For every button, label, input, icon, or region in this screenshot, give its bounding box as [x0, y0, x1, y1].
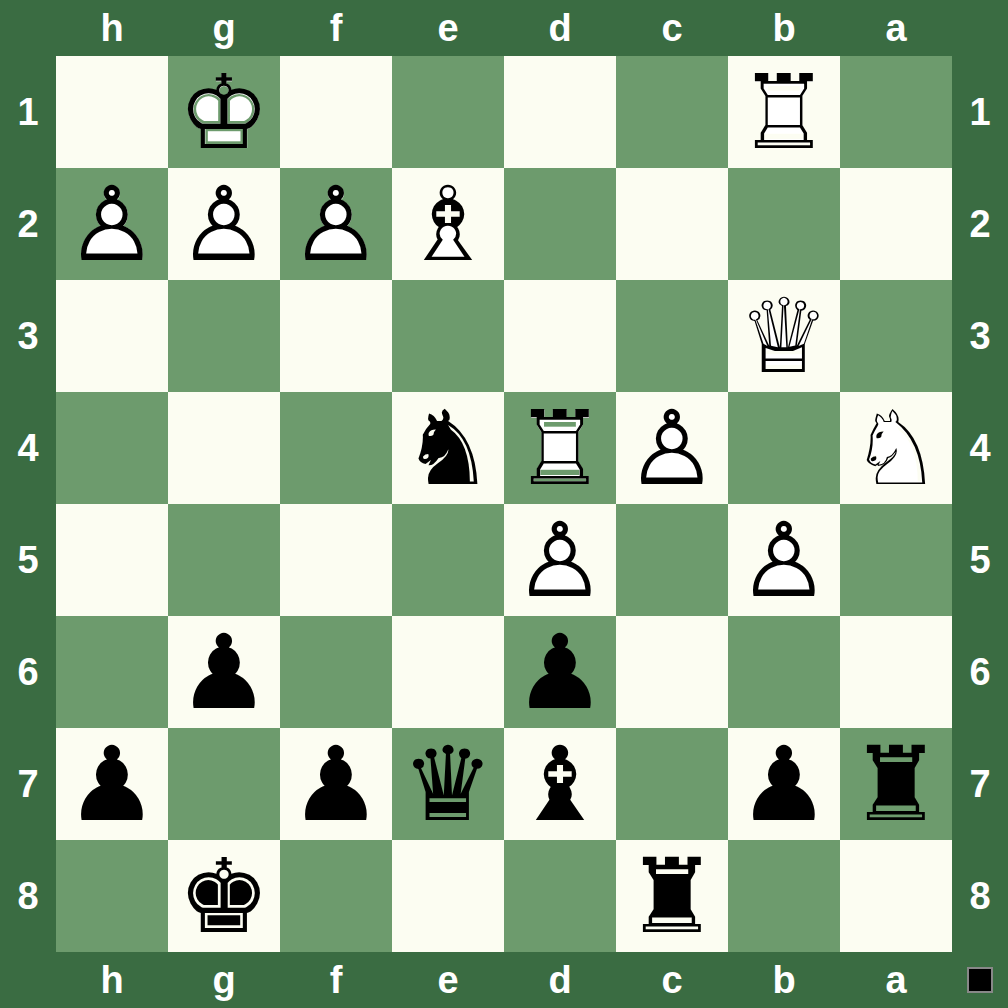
- piece-wK-g1[interactable]: ♚♔: [168, 56, 280, 168]
- rank-label-right-7: 7: [952, 728, 1008, 840]
- piece-bK-g8[interactable]: ♚: [168, 840, 280, 952]
- rank-label-right-3: 3: [952, 280, 1008, 392]
- square-c1[interactable]: [616, 56, 728, 168]
- square-h5[interactable]: [56, 504, 168, 616]
- square-a8[interactable]: [840, 840, 952, 952]
- rank-label-left-8: 8: [0, 840, 56, 952]
- square-c5[interactable]: [616, 504, 728, 616]
- square-b5[interactable]: ♟♙: [728, 504, 840, 616]
- square-d6[interactable]: ♟: [504, 616, 616, 728]
- square-a5[interactable]: [840, 504, 952, 616]
- square-f5[interactable]: [280, 504, 392, 616]
- piece-bB-d7[interactable]: ♝: [504, 728, 616, 840]
- square-b1[interactable]: ♜♖: [728, 56, 840, 168]
- piece-bP-h7[interactable]: ♟: [56, 728, 168, 840]
- square-f8[interactable]: [280, 840, 392, 952]
- piece-wB-e2[interactable]: ♝♗: [392, 168, 504, 280]
- square-e6[interactable]: [392, 616, 504, 728]
- square-g4[interactable]: [168, 392, 280, 504]
- file-label-bottom-b: b: [728, 952, 840, 1008]
- square-a2[interactable]: [840, 168, 952, 280]
- piece-wP-g2[interactable]: ♟♙: [168, 168, 280, 280]
- square-d7[interactable]: ♝: [504, 728, 616, 840]
- square-d5[interactable]: ♟♙: [504, 504, 616, 616]
- square-d3[interactable]: [504, 280, 616, 392]
- file-label-top-a: a: [840, 0, 952, 56]
- rank-label-left-4: 4: [0, 392, 56, 504]
- chess-board-frame: hgfedcba1♚♔♜♖12♟♙♟♙♟♙♝♗23♛♕34♞♜♖♟♙♞♘45♟♙…: [0, 0, 1008, 1008]
- square-e3[interactable]: [392, 280, 504, 392]
- square-b4[interactable]: [728, 392, 840, 504]
- square-h3[interactable]: [56, 280, 168, 392]
- rank-label-right-2: 2: [952, 168, 1008, 280]
- file-label-bottom-h: h: [56, 952, 168, 1008]
- piece-wP-c4[interactable]: ♟♙: [616, 392, 728, 504]
- piece-bP-g6[interactable]: ♟: [168, 616, 280, 728]
- square-f4[interactable]: [280, 392, 392, 504]
- piece-bP-d6[interactable]: ♟: [504, 616, 616, 728]
- square-c2[interactable]: [616, 168, 728, 280]
- square-b6[interactable]: [728, 616, 840, 728]
- rank-label-right-1: 1: [952, 56, 1008, 168]
- piece-bR-a7[interactable]: ♜: [840, 728, 952, 840]
- piece-wP-d5[interactable]: ♟♙: [504, 504, 616, 616]
- file-label-bottom-g: g: [168, 952, 280, 1008]
- square-g8[interactable]: ♚: [168, 840, 280, 952]
- file-label-top-d: d: [504, 0, 616, 56]
- rank-label-left-1: 1: [0, 56, 56, 168]
- piece-wN-a4[interactable]: ♞♘: [840, 392, 952, 504]
- piece-wR-d4[interactable]: ♜♖: [504, 392, 616, 504]
- square-f2[interactable]: ♟♙: [280, 168, 392, 280]
- square-e7[interactable]: ♛: [392, 728, 504, 840]
- piece-bQ-e7[interactable]: ♛: [392, 728, 504, 840]
- piece-bP-f7[interactable]: ♟: [280, 728, 392, 840]
- square-f7[interactable]: ♟: [280, 728, 392, 840]
- board-corner-top-left: [0, 0, 56, 56]
- file-label-top-e: e: [392, 0, 504, 56]
- file-label-bottom-c: c: [616, 952, 728, 1008]
- square-f3[interactable]: [280, 280, 392, 392]
- square-c4[interactable]: ♟♙: [616, 392, 728, 504]
- square-c8[interactable]: ♜: [616, 840, 728, 952]
- square-c3[interactable]: [616, 280, 728, 392]
- square-h1[interactable]: [56, 56, 168, 168]
- square-f6[interactable]: [280, 616, 392, 728]
- piece-bN-e4[interactable]: ♞: [392, 392, 504, 504]
- square-g5[interactable]: [168, 504, 280, 616]
- square-b3[interactable]: ♛♕: [728, 280, 840, 392]
- square-h6[interactable]: [56, 616, 168, 728]
- file-label-top-g: g: [168, 0, 280, 56]
- rank-label-right-8: 8: [952, 840, 1008, 952]
- file-label-bottom-a: a: [840, 952, 952, 1008]
- square-d2[interactable]: [504, 168, 616, 280]
- rank-label-left-2: 2: [0, 168, 56, 280]
- square-d8[interactable]: [504, 840, 616, 952]
- square-a1[interactable]: [840, 56, 952, 168]
- piece-wP-f2[interactable]: ♟♙: [280, 168, 392, 280]
- rank-label-right-6: 6: [952, 616, 1008, 728]
- file-label-top-h: h: [56, 0, 168, 56]
- square-g3[interactable]: [168, 280, 280, 392]
- square-e4[interactable]: ♞: [392, 392, 504, 504]
- rank-label-left-7: 7: [0, 728, 56, 840]
- black-to-move-indicator: [967, 967, 993, 993]
- rank-label-left-6: 6: [0, 616, 56, 728]
- board-corner-bottom-right: [952, 952, 1008, 1008]
- square-b8[interactable]: [728, 840, 840, 952]
- file-label-top-c: c: [616, 0, 728, 56]
- square-c6[interactable]: [616, 616, 728, 728]
- rank-label-right-4: 4: [952, 392, 1008, 504]
- rank-label-left-5: 5: [0, 504, 56, 616]
- square-g1[interactable]: ♚♔: [168, 56, 280, 168]
- file-label-bottom-e: e: [392, 952, 504, 1008]
- piece-bP-b7[interactable]: ♟: [728, 728, 840, 840]
- square-h8[interactable]: [56, 840, 168, 952]
- square-e8[interactable]: [392, 840, 504, 952]
- square-a4[interactable]: ♞♘: [840, 392, 952, 504]
- square-a6[interactable]: [840, 616, 952, 728]
- square-g6[interactable]: ♟: [168, 616, 280, 728]
- file-label-top-f: f: [280, 0, 392, 56]
- square-h2[interactable]: ♟♙: [56, 168, 168, 280]
- square-e2[interactable]: ♝♗: [392, 168, 504, 280]
- square-e5[interactable]: [392, 504, 504, 616]
- piece-bR-c8[interactable]: ♜: [616, 840, 728, 952]
- square-e1[interactable]: [392, 56, 504, 168]
- square-f1[interactable]: [280, 56, 392, 168]
- piece-wR-b1[interactable]: ♜♖: [728, 56, 840, 168]
- board-corner-top-right: [952, 0, 1008, 56]
- file-label-bottom-f: f: [280, 952, 392, 1008]
- piece-wP-b5[interactable]: ♟♙: [728, 504, 840, 616]
- rank-label-left-3: 3: [0, 280, 56, 392]
- board-corner-bottom-left: [0, 952, 56, 1008]
- rank-label-right-5: 5: [952, 504, 1008, 616]
- square-h7[interactable]: ♟: [56, 728, 168, 840]
- square-a7[interactable]: ♜: [840, 728, 952, 840]
- square-g7[interactable]: [168, 728, 280, 840]
- square-b2[interactable]: [728, 168, 840, 280]
- square-a3[interactable]: [840, 280, 952, 392]
- square-d4[interactable]: ♜♖: [504, 392, 616, 504]
- file-label-top-b: b: [728, 0, 840, 56]
- square-c7[interactable]: [616, 728, 728, 840]
- square-h4[interactable]: [56, 392, 168, 504]
- piece-wP-h2[interactable]: ♟♙: [56, 168, 168, 280]
- square-b7[interactable]: ♟: [728, 728, 840, 840]
- square-d1[interactable]: [504, 56, 616, 168]
- piece-wQ-b3[interactable]: ♛♕: [728, 280, 840, 392]
- square-g2[interactable]: ♟♙: [168, 168, 280, 280]
- file-label-bottom-d: d: [504, 952, 616, 1008]
